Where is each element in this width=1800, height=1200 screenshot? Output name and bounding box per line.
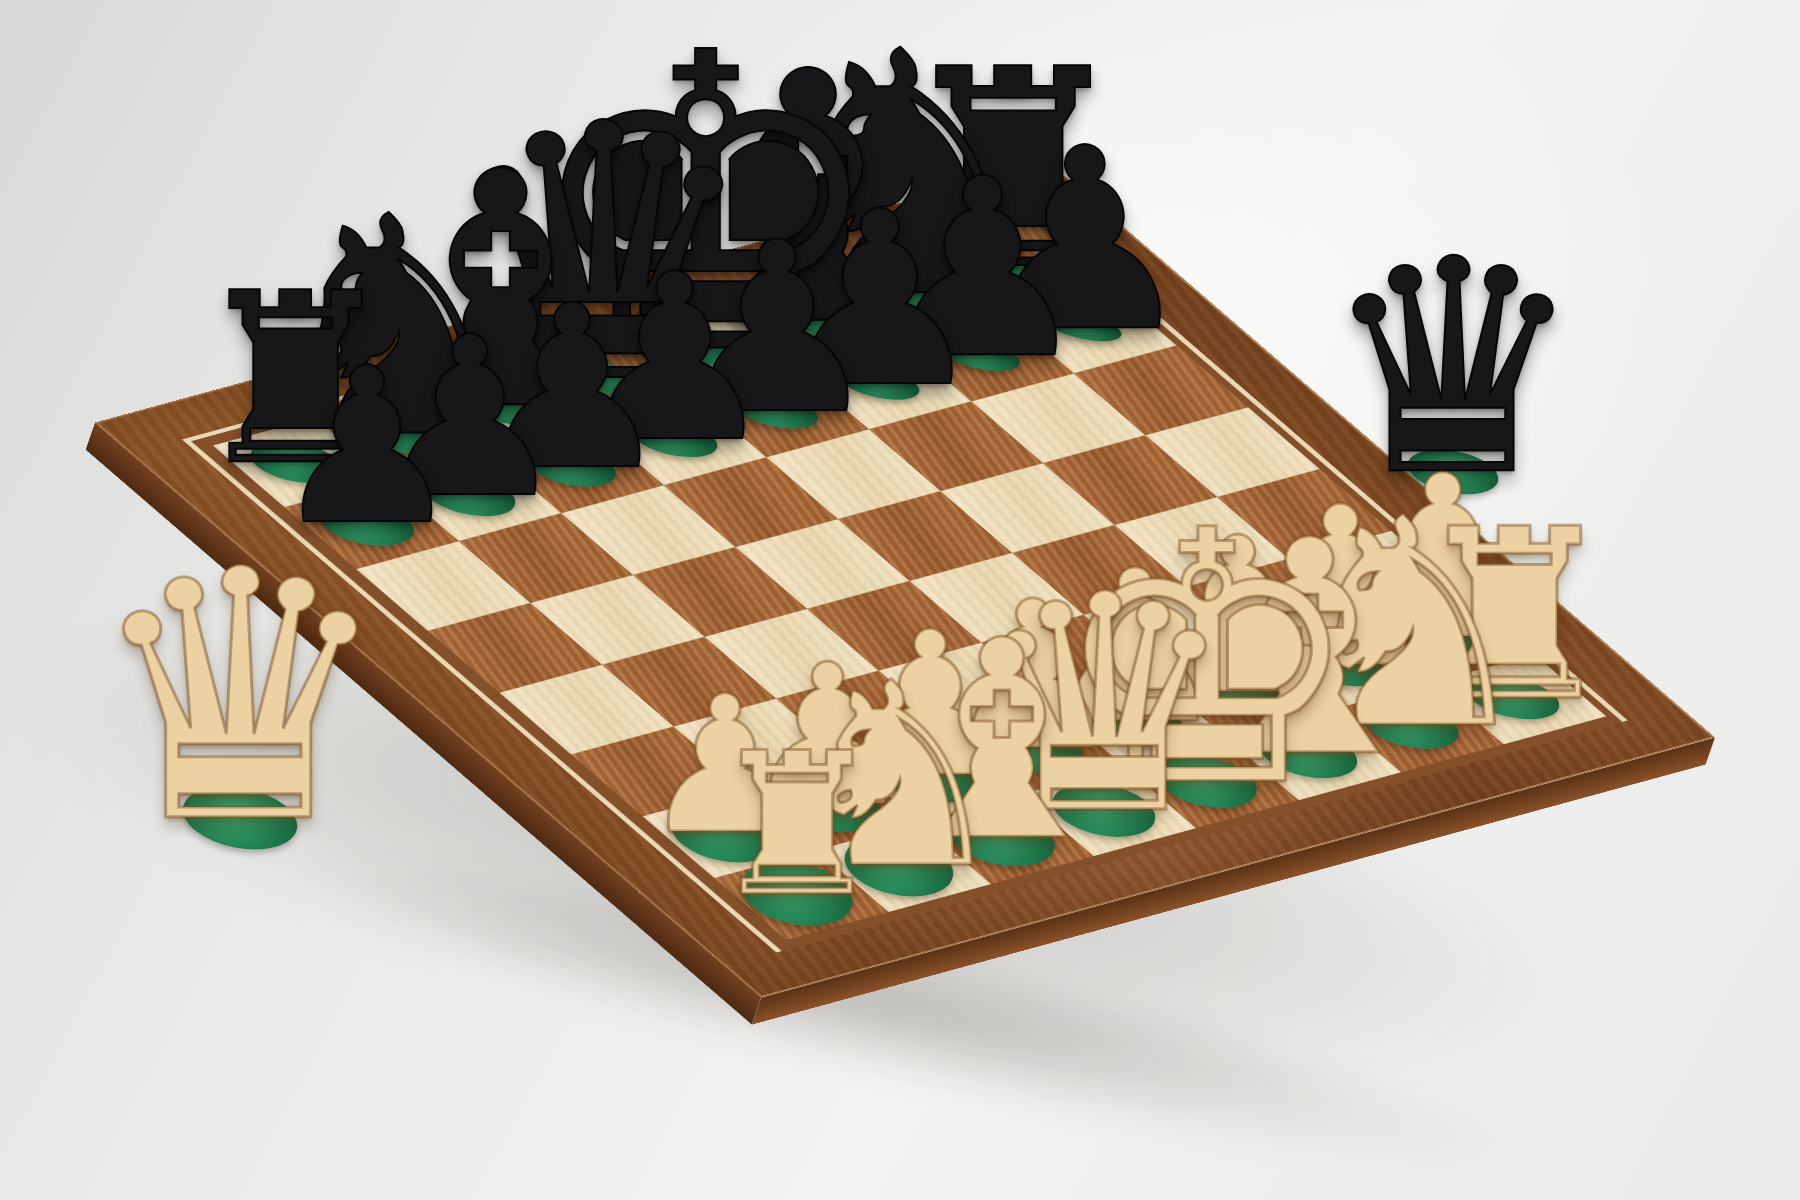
studio-backdrop: ♜♞♝♟♚♟♛♟♝♟♞♟♜♟♛♟♟♟♟♟♜♟♞♟♝♟♚♟♛♛♟♝♞♜ (0, 0, 1800, 1200)
